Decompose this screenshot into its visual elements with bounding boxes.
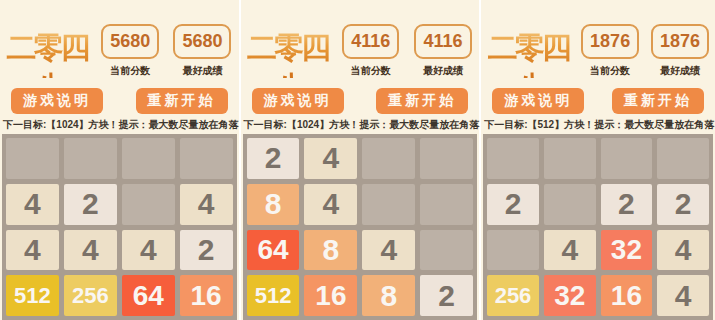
current-score-value: 5680 [110, 31, 150, 52]
tile-256: 256 [487, 275, 539, 316]
best-score-value: 4116 [423, 31, 462, 52]
current-score-value: 1876 [590, 31, 630, 52]
button-row: 游戏说明 重新开始 [481, 88, 715, 114]
best-score-group: 5680 最好成绩 [166, 20, 238, 78]
current-score-group: 5680 当前分数 [94, 20, 166, 78]
restart-button[interactable]: 重新开始 [376, 88, 468, 114]
tile-4: 4 [362, 230, 415, 271]
empty-cell [6, 138, 59, 179]
tile-64: 64 [247, 230, 300, 271]
current-score-value: 4116 [351, 31, 390, 52]
game-panel-2: 二零四八 4116 当前分数 4116 最好成绩 游戏说明 重新开始 下一目标:… [241, 0, 480, 320]
tile-4: 4 [304, 184, 357, 225]
best-score-label: 最好成绩 [423, 64, 463, 78]
game-board[interactable]: 42444425122566416 [2, 134, 237, 320]
tile-8: 8 [247, 184, 300, 225]
tile-64: 64 [122, 275, 175, 316]
best-score-value: 5680 [182, 31, 222, 52]
button-row: 游戏说明 重新开始 [0, 88, 239, 114]
current-score-box: 1876 [581, 24, 639, 59]
tile-512: 512 [247, 275, 300, 316]
tile-2: 2 [420, 275, 473, 316]
best-score-group: 4116 最好成绩 [407, 20, 479, 78]
empty-cell [544, 184, 596, 225]
empty-cell [420, 138, 473, 179]
tile-4: 4 [64, 230, 117, 271]
tile-4: 4 [657, 275, 709, 316]
tile-32: 32 [601, 230, 653, 271]
empty-cell [64, 138, 117, 179]
current-score-box: 5680 [101, 24, 159, 59]
tile-16: 16 [180, 275, 233, 316]
tile-2: 2 [601, 184, 653, 225]
app-title: 二零四八 [481, 20, 575, 78]
tile-2: 2 [247, 138, 300, 179]
tile-4: 4 [6, 230, 59, 271]
app-window: 二零四八 5680 当前分数 5680 最好成绩 游戏说明 重新开始 下一目标:… [0, 0, 715, 320]
game-board[interactable]: 248464845121682 [243, 134, 478, 320]
tile-4: 4 [304, 138, 357, 179]
instructions-button[interactable]: 游戏说明 [11, 88, 103, 114]
empty-cell [601, 138, 653, 179]
current-score-label: 当前分数 [110, 64, 150, 78]
best-score-box: 4116 [414, 24, 471, 59]
instructions-button[interactable]: 游戏说明 [492, 88, 584, 114]
current-score-box: 4116 [342, 24, 399, 59]
empty-cell [544, 138, 596, 179]
best-score-box: 1876 [651, 24, 709, 59]
tile-4: 4 [122, 230, 175, 271]
header: 二零四八 5680 当前分数 5680 最好成绩 [0, 20, 239, 78]
game-board[interactable]: 222432425632164 [483, 134, 713, 320]
button-row: 游戏说明 重新开始 [241, 88, 480, 114]
tile-2: 2 [180, 230, 233, 271]
best-score-label: 最好成绩 [182, 64, 222, 78]
empty-cell [487, 138, 539, 179]
game-panel-3: 二零四八 1876 当前分数 1876 最好成绩 游戏说明 重新开始 下一目标:… [481, 0, 715, 320]
tile-2: 2 [64, 184, 117, 225]
tile-8: 8 [362, 275, 415, 316]
empty-cell [362, 138, 415, 179]
tile-256: 256 [64, 275, 117, 316]
empty-cell [420, 184, 473, 225]
header: 二零四八 1876 当前分数 1876 最好成绩 [481, 20, 715, 78]
tile-8: 8 [304, 230, 357, 271]
current-score-group: 1876 当前分数 [575, 20, 645, 78]
header: 二零四八 4116 当前分数 4116 最好成绩 [241, 20, 480, 78]
app-title: 二零四八 [241, 20, 335, 78]
best-score-label: 最好成绩 [660, 64, 700, 78]
best-score-group: 1876 最好成绩 [645, 20, 715, 78]
restart-button[interactable]: 重新开始 [136, 88, 228, 114]
tile-16: 16 [304, 275, 357, 316]
goal-hint: 下一目标:【1024】方块！提示：最大数尽量放在角落 [241, 118, 480, 132]
best-score-box: 5680 [173, 24, 231, 59]
current-score-label: 当前分数 [351, 64, 391, 78]
tile-512: 512 [6, 275, 59, 316]
app-title: 二零四八 [0, 20, 94, 78]
empty-cell [487, 230, 539, 271]
tile-16: 16 [601, 275, 653, 316]
tile-2: 2 [657, 184, 709, 225]
tile-2: 2 [487, 184, 539, 225]
current-score-label: 当前分数 [590, 64, 630, 78]
tile-4: 4 [544, 230, 596, 271]
tile-4: 4 [180, 184, 233, 225]
empty-cell [122, 184, 175, 225]
empty-cell [122, 138, 175, 179]
restart-button[interactable]: 重新开始 [612, 88, 704, 114]
empty-cell [420, 230, 473, 271]
goal-hint: 下一目标:【1024】方块！提示：最大数尽量放在角落 [0, 118, 239, 132]
instructions-button[interactable]: 游戏说明 [252, 88, 344, 114]
tile-4: 4 [657, 230, 709, 271]
tile-4: 4 [6, 184, 59, 225]
empty-cell [657, 138, 709, 179]
current-score-group: 4116 当前分数 [335, 20, 407, 78]
game-panel-1: 二零四八 5680 当前分数 5680 最好成绩 游戏说明 重新开始 下一目标:… [0, 0, 239, 320]
empty-cell [362, 184, 415, 225]
empty-cell [180, 138, 233, 179]
goal-hint: 下一目标:【512】方块！提示：最大数尽量放在角落 [481, 118, 715, 132]
best-score-value: 1876 [660, 31, 700, 52]
tile-32: 32 [544, 275, 596, 316]
